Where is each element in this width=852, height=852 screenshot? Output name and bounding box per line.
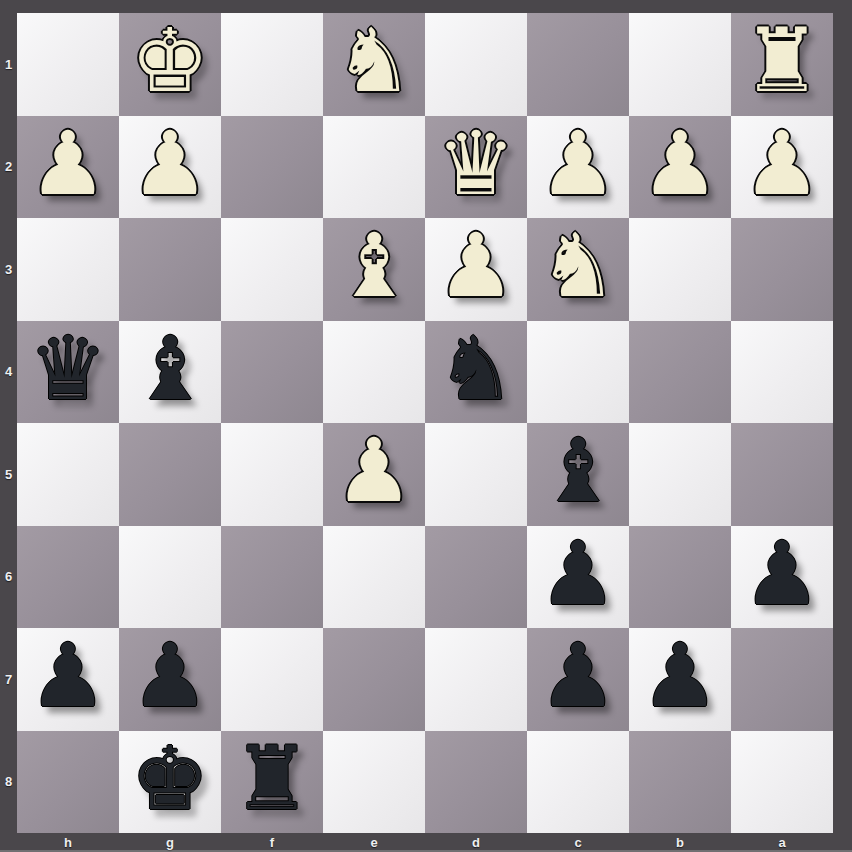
white-pawn[interactable]: ♟ — [437, 222, 516, 310]
square-a1[interactable]: ♜ — [731, 13, 833, 116]
rank-label-1: 1 — [0, 13, 17, 116]
square-g6[interactable] — [119, 526, 221, 629]
square-c1[interactable] — [527, 13, 629, 116]
square-c6[interactable]: ♟ — [527, 526, 629, 629]
square-h2[interactable]: ♟ — [17, 116, 119, 219]
file-label-d: d — [425, 833, 527, 852]
square-g1[interactable]: ♚ — [119, 13, 221, 116]
square-d8[interactable] — [425, 731, 527, 834]
square-d2[interactable]: ♛ — [425, 116, 527, 219]
rank-label-7: 7 — [0, 628, 17, 731]
black-pawn[interactable]: ♟ — [131, 632, 210, 720]
file-label-e: e — [323, 833, 425, 852]
white-pawn[interactable]: ♟ — [131, 120, 210, 208]
file-label-b: b — [629, 833, 731, 852]
square-d6[interactable] — [425, 526, 527, 629]
square-g2[interactable]: ♟ — [119, 116, 221, 219]
file-label-h: h — [17, 833, 119, 852]
square-a5[interactable] — [731, 423, 833, 526]
rank-label-5: 5 — [0, 423, 17, 526]
file-label-c: c — [527, 833, 629, 852]
black-bishop[interactable]: ♝ — [131, 325, 210, 413]
square-b8[interactable] — [629, 731, 731, 834]
white-pawn[interactable]: ♟ — [539, 120, 618, 208]
square-d3[interactable]: ♟ — [425, 218, 527, 321]
rank-label-6: 6 — [0, 526, 17, 629]
black-pawn[interactable]: ♟ — [539, 530, 618, 618]
square-b1[interactable] — [629, 13, 731, 116]
square-g7[interactable]: ♟ — [119, 628, 221, 731]
square-a7[interactable] — [731, 628, 833, 731]
square-f7[interactable] — [221, 628, 323, 731]
square-d1[interactable] — [425, 13, 527, 116]
square-h8[interactable] — [17, 731, 119, 834]
square-b4[interactable] — [629, 321, 731, 424]
white-pawn[interactable]: ♟ — [29, 120, 108, 208]
square-g3[interactable] — [119, 218, 221, 321]
square-b2[interactable]: ♟ — [629, 116, 731, 219]
black-pawn[interactable]: ♟ — [641, 632, 720, 720]
black-king[interactable]: ♚ — [131, 735, 210, 823]
square-f1[interactable] — [221, 13, 323, 116]
square-f8[interactable]: ♜ — [221, 731, 323, 834]
square-h7[interactable]: ♟ — [17, 628, 119, 731]
black-bishop[interactable]: ♝ — [539, 427, 618, 515]
file-label-f: f — [221, 833, 323, 852]
square-f5[interactable] — [221, 423, 323, 526]
square-c8[interactable] — [527, 731, 629, 834]
square-h3[interactable] — [17, 218, 119, 321]
white-bishop[interactable]: ♝ — [335, 222, 414, 310]
black-rook[interactable]: ♜ — [233, 735, 312, 823]
file-label-g: g — [119, 833, 221, 852]
white-queen[interactable]: ♛ — [437, 120, 516, 208]
square-g8[interactable]: ♚ — [119, 731, 221, 834]
square-h1[interactable] — [17, 13, 119, 116]
square-e6[interactable] — [323, 526, 425, 629]
rank-label-8: 8 — [0, 731, 17, 834]
square-f4[interactable] — [221, 321, 323, 424]
square-d7[interactable] — [425, 628, 527, 731]
square-b3[interactable] — [629, 218, 731, 321]
square-c2[interactable]: ♟ — [527, 116, 629, 219]
square-h4[interactable]: ♛ — [17, 321, 119, 424]
square-a4[interactable] — [731, 321, 833, 424]
square-e2[interactable] — [323, 116, 425, 219]
square-c5[interactable]: ♝ — [527, 423, 629, 526]
black-pawn[interactable]: ♟ — [539, 632, 618, 720]
chess-board: ♚♞♜♟♟♛♟♟♟♝♟♞♛♝♞♟♝♟♟♟♟♟♟♚♜ — [17, 13, 833, 833]
square-b5[interactable] — [629, 423, 731, 526]
square-f6[interactable] — [221, 526, 323, 629]
square-a3[interactable] — [731, 218, 833, 321]
white-knight[interactable]: ♞ — [539, 222, 618, 310]
rank-label-4: 4 — [0, 321, 17, 424]
square-h5[interactable] — [17, 423, 119, 526]
file-label-a: a — [731, 833, 833, 852]
white-knight[interactable]: ♞ — [335, 17, 414, 105]
square-a2[interactable]: ♟ — [731, 116, 833, 219]
square-e3[interactable]: ♝ — [323, 218, 425, 321]
square-c7[interactable]: ♟ — [527, 628, 629, 731]
black-knight[interactable]: ♞ — [437, 325, 516, 413]
white-pawn[interactable]: ♟ — [641, 120, 720, 208]
white-king[interactable]: ♚ — [131, 17, 210, 105]
black-pawn[interactable]: ♟ — [743, 530, 822, 618]
square-c4[interactable] — [527, 321, 629, 424]
square-b7[interactable]: ♟ — [629, 628, 731, 731]
square-b6[interactable] — [629, 526, 731, 629]
square-h6[interactable] — [17, 526, 119, 629]
rank-label-3: 3 — [0, 218, 17, 321]
square-d5[interactable] — [425, 423, 527, 526]
square-f2[interactable] — [221, 116, 323, 219]
white-pawn[interactable]: ♟ — [335, 427, 414, 515]
white-pawn[interactable]: ♟ — [743, 120, 822, 208]
square-e4[interactable] — [323, 321, 425, 424]
square-e1[interactable]: ♞ — [323, 13, 425, 116]
square-f3[interactable] — [221, 218, 323, 321]
white-rook[interactable]: ♜ — [743, 17, 822, 105]
black-queen[interactable]: ♛ — [29, 325, 108, 413]
square-a6[interactable]: ♟ — [731, 526, 833, 629]
square-g5[interactable] — [119, 423, 221, 526]
square-g4[interactable]: ♝ — [119, 321, 221, 424]
square-e5[interactable]: ♟ — [323, 423, 425, 526]
rank-label-2: 2 — [0, 116, 17, 219]
square-d4[interactable]: ♞ — [425, 321, 527, 424]
square-a8[interactable] — [731, 731, 833, 834]
black-pawn[interactable]: ♟ — [29, 632, 108, 720]
square-e7[interactable] — [323, 628, 425, 731]
chess-board-frame: ♚♞♜♟♟♛♟♟♟♝♟♞♛♝♞♟♝♟♟♟♟♟♟♚♜ 12345678hgfedc… — [0, 0, 852, 852]
square-e8[interactable] — [323, 731, 425, 834]
square-c3[interactable]: ♞ — [527, 218, 629, 321]
